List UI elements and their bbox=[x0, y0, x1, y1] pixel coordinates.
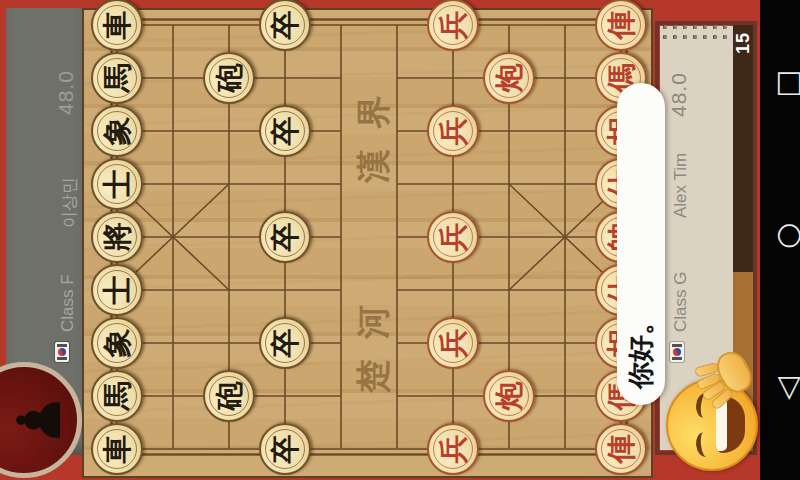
player-timer: 48.0 bbox=[667, 72, 691, 117]
piece-士[interactable]: 士 bbox=[91, 158, 143, 210]
piece-象[interactable]: 象 bbox=[91, 317, 143, 369]
emoji-hand-icon bbox=[700, 345, 759, 405]
river-label-chu-he: 楚河 bbox=[351, 254, 397, 424]
piece-卒[interactable]: 卒 bbox=[259, 105, 311, 157]
korea-flag-icon bbox=[55, 342, 69, 362]
chat-bubble[interactable]: 你好。 bbox=[617, 83, 665, 405]
piece-馬[interactable]: 馬 bbox=[91, 52, 143, 104]
piece-兵[interactable]: 兵 bbox=[427, 423, 479, 475]
home-button[interactable]: ○ bbox=[772, 223, 800, 249]
piece-卒[interactable]: 卒 bbox=[259, 423, 311, 475]
piece-兵[interactable]: 兵 bbox=[427, 317, 479, 369]
giggle-emoji[interactable] bbox=[662, 342, 766, 474]
piece-俥[interactable]: 俥 bbox=[595, 0, 647, 51]
recents-button[interactable]: □ bbox=[772, 70, 800, 98]
piece-將[interactable]: 將 bbox=[91, 211, 143, 263]
opponent-club: Class F bbox=[58, 274, 78, 332]
piece-卒[interactable]: 卒 bbox=[259, 211, 311, 263]
piece-silhouette-icon: ♟ bbox=[9, 393, 77, 447]
piece-車[interactable]: 車 bbox=[91, 0, 143, 51]
xiangqi-app: Class F 이상민 48.0 ♟ 楚河 漢界 車馬象士將士象馬車砲砲卒卒卒卒… bbox=[0, 0, 800, 480]
piece-俥[interactable]: 俥 bbox=[595, 423, 647, 475]
player-club: Class G bbox=[671, 272, 691, 332]
counter-badge: 15 bbox=[733, 32, 753, 54]
xiangqi-board[interactable]: 楚河 漢界 車馬象士將士象馬車砲砲卒卒卒卒卒兵兵兵兵兵炮炮俥傌相仕帥仕相傌俥 bbox=[82, 8, 653, 478]
piece-兵[interactable]: 兵 bbox=[427, 0, 479, 51]
river-label-han-jie: 漢界 bbox=[351, 44, 397, 214]
piece-車[interactable]: 車 bbox=[91, 423, 143, 475]
piece-砲[interactable]: 砲 bbox=[203, 52, 255, 104]
progress-elapsed bbox=[733, 25, 753, 272]
piece-士[interactable]: 士 bbox=[91, 264, 143, 316]
emoji-eye-icon bbox=[695, 431, 716, 458]
piece-炮[interactable]: 炮 bbox=[483, 52, 535, 104]
captured-piece-tray bbox=[663, 15, 733, 39]
piece-砲[interactable]: 砲 bbox=[203, 370, 255, 422]
piece-炮[interactable]: 炮 bbox=[483, 370, 535, 422]
piece-兵[interactable]: 兵 bbox=[427, 211, 479, 263]
chat-message: 你好。 bbox=[623, 308, 659, 389]
android-navbar: ◁ ○ □ bbox=[760, 0, 800, 480]
piece-兵[interactable]: 兵 bbox=[427, 105, 479, 157]
player-name: Alex Tim bbox=[671, 153, 691, 218]
device-screen: Class F 이상민 48.0 ♟ 楚河 漢界 車馬象士將士象馬車砲砲卒卒卒卒… bbox=[0, 0, 800, 480]
opponent-name: 이상민 bbox=[58, 177, 81, 228]
opponent-timer: 48.0 bbox=[54, 70, 78, 115]
piece-馬[interactable]: 馬 bbox=[91, 370, 143, 422]
piece-卒[interactable]: 卒 bbox=[259, 317, 311, 369]
back-button[interactable]: ◁ bbox=[772, 377, 800, 400]
piece-卒[interactable]: 卒 bbox=[259, 0, 311, 51]
piece-象[interactable]: 象 bbox=[91, 105, 143, 157]
